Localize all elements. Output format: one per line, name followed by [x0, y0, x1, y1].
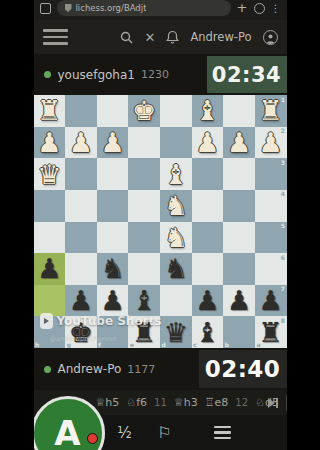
coord-rank-8: 8 — [281, 317, 285, 324]
square-f3[interactable] — [97, 158, 129, 190]
square-d6[interactable]: ♞ — [160, 253, 192, 285]
square-h4[interactable] — [34, 190, 66, 222]
piece-bR-a8: ♜ — [259, 319, 283, 346]
profile-icon[interactable] — [263, 30, 278, 45]
square-a2[interactable]: ♟2 — [255, 127, 287, 159]
resign-flag-icon[interactable]: ⚐ — [152, 415, 178, 450]
square-e5[interactable] — [128, 222, 160, 254]
piece-wR-a1: ♜ — [259, 97, 283, 124]
coord-file-d: d — [162, 341, 166, 348]
opponent-bar: yousefgoha1 1230 02:34 — [34, 54, 287, 95]
square-a4[interactable]: 4 — [255, 190, 287, 222]
piece-bK-g8: ♚ — [69, 319, 93, 346]
subscribe-dot — [87, 433, 98, 444]
menu-icon[interactable] — [43, 29, 68, 45]
piece-wP-f2: ♟ — [100, 129, 124, 156]
online-dot — [44, 71, 51, 78]
opponent-rating: 1230 — [141, 68, 169, 81]
square-e8[interactable]: ♜e — [128, 316, 160, 348]
header-username[interactable]: Andrew-Po — [190, 30, 251, 44]
square-e3[interactable] — [128, 158, 160, 190]
coord-rank-6: 6 — [281, 254, 285, 261]
piece-wP-c2: ♟ — [195, 129, 219, 156]
address-bar[interactable]: lichess.org/BAdjt — [57, 0, 231, 16]
square-g1[interactable] — [65, 95, 97, 127]
coord-file-b: b — [225, 341, 229, 348]
square-a8[interactable]: ♜8a — [255, 316, 287, 348]
square-c8[interactable]: ♝c — [192, 316, 224, 348]
square-b2[interactable]: ♟ — [223, 127, 255, 159]
move-token[interactable]: ♕h5 — [96, 396, 120, 409]
notifications-icon[interactable] — [166, 30, 179, 44]
phone-screen: lichess.org/BAdjt + ⋮ ✕ Andrew-Po yousef… — [34, 0, 287, 450]
square-f5[interactable] — [97, 222, 129, 254]
square-c4[interactable] — [192, 190, 224, 222]
square-a6[interactable]: 6 — [255, 253, 287, 285]
square-a7[interactable]: ♟7 — [255, 285, 287, 317]
square-g5[interactable] — [65, 222, 97, 254]
challenges-icon[interactable]: ✕ — [144, 31, 155, 44]
square-d8[interactable]: ♛d — [160, 316, 192, 348]
piece-wP-a2: ♟ — [259, 129, 283, 156]
square-h7[interactable] — [34, 285, 66, 317]
square-e1[interactable]: ♚ — [128, 95, 160, 127]
square-g8[interactable]: ♚g — [65, 316, 97, 348]
last-move-icon[interactable] — [268, 398, 278, 408]
square-c6[interactable] — [192, 253, 224, 285]
square-b8[interactable]: b — [223, 316, 255, 348]
piece-bP-b7: ♟ — [227, 287, 251, 314]
chess-board[interactable]: ♜♚♝♜1♟♟♟♟♟♟2♛♝3♞4♞5♟♞♞6♟♟♝♟♟♟7h♚gf♜e♛d♝c… — [34, 95, 287, 348]
online-dot — [44, 366, 51, 373]
square-b7[interactable]: ♟ — [223, 285, 255, 317]
coord-file-g: g — [67, 341, 71, 348]
square-h2[interactable]: ♟ — [34, 127, 66, 159]
square-f2[interactable]: ♟ — [97, 127, 129, 159]
piece-bP-h6: ♟ — [37, 255, 61, 282]
square-e2[interactable] — [128, 127, 160, 159]
piece-bN-d6: ♞ — [164, 255, 188, 282]
square-b6[interactable] — [223, 253, 255, 285]
coord-file-e: e — [130, 341, 134, 348]
coord-file-a: a — [256, 341, 260, 348]
piece-bP-a7: ♟ — [259, 287, 283, 314]
square-e4[interactable] — [128, 190, 160, 222]
coord-file-f: f — [98, 341, 101, 348]
piece-wP-b2: ♟ — [227, 129, 251, 156]
coord-file-c: c — [193, 341, 197, 348]
piece-wB-d3: ♝ — [164, 161, 188, 188]
piece-bP-g7: ♟ — [69, 287, 93, 314]
piece-bP-f7: ♟ — [100, 287, 124, 314]
piece-bR-e8: ♜ — [132, 319, 156, 346]
coord-rank-4: 4 — [281, 190, 285, 197]
move-number: 11 — [154, 397, 167, 408]
square-g3[interactable] — [65, 158, 97, 190]
square-h5[interactable] — [34, 222, 66, 254]
square-h8[interactable]: h — [34, 316, 66, 348]
square-g4[interactable] — [65, 190, 97, 222]
offer-draw-button[interactable]: ½ — [112, 415, 138, 450]
piece-wB-c1: ♝ — [195, 97, 219, 124]
square-d7[interactable] — [160, 285, 192, 317]
square-d2[interactable] — [160, 127, 192, 159]
move-token[interactable]: ♖e8 — [205, 396, 229, 409]
move-token[interactable]: ♕h3 — [174, 396, 198, 409]
square-d4[interactable]: ♞ — [160, 190, 192, 222]
square-a1[interactable]: ♜1 — [255, 95, 287, 127]
move-number: 12 — [235, 397, 248, 408]
piece-bN-f6: ♞ — [100, 255, 124, 282]
piece-wQ-h3: ♛ — [37, 161, 61, 188]
square-b1[interactable] — [223, 95, 255, 127]
piece-bP-c7: ♟ — [195, 287, 219, 314]
square-h1[interactable]: ♜ — [34, 95, 66, 127]
browser-profile-button[interactable] — [254, 3, 265, 14]
square-g2[interactable]: ♟ — [65, 127, 97, 159]
search-icon[interactable] — [120, 31, 133, 44]
browser-menu-button[interactable]: ⋮ — [271, 3, 281, 14]
piece-wK-e1: ♚ — [132, 97, 156, 124]
square-c5[interactable] — [192, 222, 224, 254]
square-e6[interactable] — [128, 253, 160, 285]
square-f1[interactable] — [97, 95, 129, 127]
piece-bB-e7: ♝ — [132, 287, 156, 314]
square-f8[interactable]: f — [97, 316, 129, 348]
piece-wP-g2: ♟ — [69, 129, 93, 156]
coord-rank-5: 5 — [281, 222, 285, 229]
square-g6[interactable] — [65, 253, 97, 285]
player-rating: 1177 — [127, 363, 155, 376]
move-token[interactable]: ♘f6 — [126, 396, 147, 409]
square-c2[interactable]: ♟ — [192, 127, 224, 159]
square-c7[interactable]: ♟ — [192, 285, 224, 317]
piece-bQ-d8: ♛ — [164, 319, 188, 346]
game-menu-icon[interactable] — [210, 415, 236, 450]
player-bar: Andrew-Po 1177 02:40 — [34, 348, 287, 390]
square-g7[interactable]: ♟ — [65, 285, 97, 317]
square-d3[interactable]: ♝ — [160, 158, 192, 190]
square-f7[interactable]: ♟ — [97, 285, 129, 317]
coord-file-h: h — [35, 341, 39, 348]
browser-tabs-button[interactable] — [40, 3, 51, 14]
opponent-clock: 02:34 — [207, 56, 287, 93]
coord-rank-3: 3 — [281, 159, 285, 166]
piece-bB-c8: ♝ — [195, 319, 219, 346]
site-security-icon — [65, 4, 72, 12]
browser-bar: lichess.org/BAdjt + ⋮ — [34, 0, 287, 20]
piece-wP-h2: ♟ — [37, 129, 61, 156]
current-move[interactable]: h6 — [286, 394, 287, 411]
square-c3[interactable] — [192, 158, 224, 190]
opponent-name[interactable]: yousefgoha1 — [58, 68, 135, 82]
site-header: ✕ Andrew-Po — [34, 20, 287, 54]
coord-rank-2: 2 — [281, 127, 285, 134]
piece-wN-d4: ♞ — [164, 192, 188, 219]
coord-rank-1: 1 — [281, 96, 285, 103]
new-tab-button[interactable]: + — [237, 3, 248, 13]
piece-wR-h1: ♜ — [37, 97, 61, 124]
square-b5[interactable] — [223, 222, 255, 254]
square-a3[interactable]: 3 — [255, 158, 287, 190]
square-h6[interactable]: ♟ — [34, 253, 66, 285]
player-name[interactable]: Andrew-Po — [58, 362, 122, 376]
square-b3[interactable] — [223, 158, 255, 190]
square-f4[interactable] — [97, 190, 129, 222]
player-clock: 02:40 — [199, 350, 287, 388]
square-e7[interactable]: ♝ — [128, 285, 160, 317]
url-text: lichess.org/BAdjt — [76, 3, 147, 13]
square-a5[interactable]: 5 — [255, 222, 287, 254]
square-d1[interactable] — [160, 95, 192, 127]
square-b4[interactable] — [223, 190, 255, 222]
square-f6[interactable]: ♞ — [97, 253, 129, 285]
square-h3[interactable]: ♛ — [34, 158, 66, 190]
piece-wN-d5: ♞ — [164, 224, 188, 251]
coord-rank-7: 7 — [281, 285, 285, 292]
square-c1[interactable]: ♝ — [192, 95, 224, 127]
square-d5[interactable]: ♞ — [160, 222, 192, 254]
